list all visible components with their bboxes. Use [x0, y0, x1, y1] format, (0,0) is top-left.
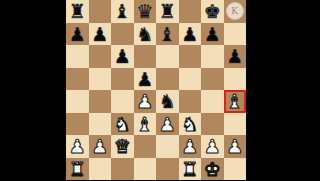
square-f1[interactable]: ♜ — [179, 158, 202, 181]
watermark-logo: K — [226, 2, 244, 20]
black-pawn[interactable]: ♟ — [136, 68, 153, 91]
square-c5[interactable] — [111, 68, 134, 91]
square-h1[interactable] — [224, 158, 247, 181]
square-a1[interactable]: ♜ — [66, 158, 89, 181]
square-e4[interactable]: ♞ — [156, 90, 179, 113]
square-a6[interactable] — [66, 45, 89, 68]
square-a8[interactable]: ♜ — [66, 0, 89, 23]
square-b8[interactable] — [89, 0, 112, 23]
square-f2[interactable]: ♟ — [179, 135, 202, 158]
square-d6[interactable] — [134, 45, 157, 68]
square-h3[interactable] — [224, 113, 247, 136]
square-g2[interactable]: ♟ — [201, 135, 224, 158]
square-e6[interactable] — [156, 45, 179, 68]
chess-board[interactable]: ♜♝♛♜♚K♟♟♞♝♟♟♟♟♟♟♞♝♞♝♟♞♟♟♛♟♟♟♜♜♚ — [66, 0, 246, 180]
right-letterbox — [246, 0, 320, 180]
black-pawn[interactable]: ♟ — [91, 23, 108, 46]
white-king[interactable]: ♚ — [204, 158, 221, 181]
black-pawn[interactable]: ♟ — [226, 45, 243, 68]
square-e1[interactable] — [156, 158, 179, 181]
square-d7[interactable]: ♞ — [134, 23, 157, 46]
square-b3[interactable] — [89, 113, 112, 136]
square-d5[interactable]: ♟ — [134, 68, 157, 91]
white-pawn[interactable]: ♟ — [204, 135, 221, 158]
square-h4[interactable]: ♝ — [224, 90, 247, 113]
white-knight[interactable]: ♞ — [114, 113, 131, 136]
black-knight[interactable]: ♞ — [159, 90, 176, 113]
square-g7[interactable]: ♟ — [201, 23, 224, 46]
square-h8[interactable]: K — [224, 0, 247, 23]
white-pawn[interactable]: ♟ — [226, 135, 243, 158]
square-g4[interactable] — [201, 90, 224, 113]
black-rook[interactable]: ♜ — [69, 0, 86, 23]
square-g3[interactable] — [201, 113, 224, 136]
square-c6[interactable]: ♟ — [111, 45, 134, 68]
white-pawn[interactable]: ♟ — [181, 135, 198, 158]
square-h6[interactable]: ♟ — [224, 45, 247, 68]
square-c3[interactable]: ♞ — [111, 113, 134, 136]
square-g6[interactable] — [201, 45, 224, 68]
black-bishop[interactable]: ♝ — [114, 0, 131, 23]
square-f5[interactable] — [179, 68, 202, 91]
square-b5[interactable] — [89, 68, 112, 91]
white-pawn[interactable]: ♟ — [159, 113, 176, 136]
square-c1[interactable] — [111, 158, 134, 181]
square-d2[interactable] — [134, 135, 157, 158]
square-b6[interactable] — [89, 45, 112, 68]
square-a7[interactable]: ♟ — [66, 23, 89, 46]
square-g5[interactable] — [201, 68, 224, 91]
white-queen[interactable]: ♛ — [114, 135, 131, 158]
black-bishop[interactable]: ♝ — [159, 23, 176, 46]
white-rook[interactable]: ♜ — [69, 158, 86, 181]
square-b2[interactable]: ♟ — [89, 135, 112, 158]
square-b7[interactable]: ♟ — [89, 23, 112, 46]
square-d3[interactable]: ♝ — [134, 113, 157, 136]
black-pawn[interactable]: ♟ — [181, 23, 198, 46]
black-pawn[interactable]: ♟ — [204, 23, 221, 46]
square-e7[interactable]: ♝ — [156, 23, 179, 46]
black-queen[interactable]: ♛ — [136, 0, 153, 23]
white-pawn[interactable]: ♟ — [91, 135, 108, 158]
black-rook[interactable]: ♜ — [159, 0, 176, 23]
square-c8[interactable]: ♝ — [111, 0, 134, 23]
white-rook[interactable]: ♜ — [181, 158, 198, 181]
square-b4[interactable] — [89, 90, 112, 113]
white-pawn[interactable]: ♟ — [136, 90, 153, 113]
square-f7[interactable]: ♟ — [179, 23, 202, 46]
square-g1[interactable]: ♚ — [201, 158, 224, 181]
square-f3[interactable]: ♞ — [179, 113, 202, 136]
square-f6[interactable] — [179, 45, 202, 68]
square-g8[interactable]: ♚ — [201, 0, 224, 23]
square-f8[interactable] — [179, 0, 202, 23]
square-e5[interactable] — [156, 68, 179, 91]
square-a3[interactable] — [66, 113, 89, 136]
square-e2[interactable] — [156, 135, 179, 158]
square-c2[interactable]: ♛ — [111, 135, 134, 158]
square-d8[interactable]: ♛ — [134, 0, 157, 23]
white-knight[interactable]: ♞ — [181, 113, 198, 136]
square-h7[interactable] — [224, 23, 247, 46]
square-c7[interactable] — [111, 23, 134, 46]
white-bishop[interactable]: ♝ — [226, 90, 243, 113]
square-b1[interactable] — [89, 158, 112, 181]
square-f4[interactable] — [179, 90, 202, 113]
black-pawn[interactable]: ♟ — [114, 45, 131, 68]
square-e8[interactable]: ♜ — [156, 0, 179, 23]
white-pawn[interactable]: ♟ — [69, 135, 86, 158]
square-a4[interactable] — [66, 90, 89, 113]
square-h5[interactable] — [224, 68, 247, 91]
square-a2[interactable]: ♟ — [66, 135, 89, 158]
square-h2[interactable]: ♟ — [224, 135, 247, 158]
square-c4[interactable] — [111, 90, 134, 113]
left-letterbox — [0, 0, 66, 180]
black-pawn[interactable]: ♟ — [69, 23, 86, 46]
square-e3[interactable]: ♟ — [156, 113, 179, 136]
black-knight[interactable]: ♞ — [136, 23, 153, 46]
black-king[interactable]: ♚ — [204, 0, 221, 23]
square-d1[interactable] — [134, 158, 157, 181]
square-d4[interactable]: ♟ — [134, 90, 157, 113]
video-frame: ♜♝♛♜♚K♟♟♞♝♟♟♟♟♟♟♞♝♞♝♟♞♟♟♛♟♟♟♜♜♚ — [0, 0, 320, 180]
white-bishop[interactable]: ♝ — [136, 113, 153, 136]
square-a5[interactable] — [66, 68, 89, 91]
